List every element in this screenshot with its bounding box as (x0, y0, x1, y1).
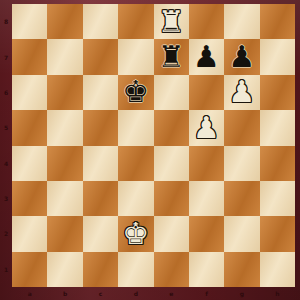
file-label-h: h (260, 287, 295, 300)
white-pawn-f5: ♟ (193, 113, 220, 143)
square-h8[interactable] (260, 4, 295, 39)
square-f4[interactable] (189, 146, 224, 181)
rank-label-6: 6 (0, 75, 12, 110)
square-f6[interactable] (189, 75, 224, 110)
square-d4[interactable] (118, 146, 153, 181)
square-e8[interactable]: ♜ (154, 4, 189, 39)
square-e5[interactable] (154, 110, 189, 145)
square-e4[interactable] (154, 146, 189, 181)
square-g7[interactable]: ♟ (224, 39, 259, 74)
square-b8[interactable] (47, 4, 82, 39)
file-label-c: c (83, 287, 118, 300)
square-b1[interactable] (47, 252, 82, 287)
rank-label-7: 7 (0, 39, 12, 74)
white-pawn-g6: ♟ (228, 77, 255, 107)
board: ♜♜♟♟♚♟♟♚ (12, 4, 295, 287)
black-rook-e7: ♜ (158, 42, 185, 72)
file-label-g: g (224, 287, 259, 300)
white-rook-e8: ♜ (158, 7, 185, 37)
square-c1[interactable] (83, 252, 118, 287)
file-label-f: f (189, 287, 224, 300)
square-f2[interactable] (189, 216, 224, 251)
black-king-d6: ♚ (122, 77, 149, 107)
white-king-d2: ♚ (122, 219, 149, 249)
file-label-d: d (118, 287, 153, 300)
square-d3[interactable] (118, 181, 153, 216)
square-c6[interactable] (83, 75, 118, 110)
rank-labels: 87654321 (0, 4, 12, 287)
square-h1[interactable] (260, 252, 295, 287)
square-a3[interactable] (12, 181, 47, 216)
square-d6[interactable]: ♚ (118, 75, 153, 110)
square-c4[interactable] (83, 146, 118, 181)
square-a5[interactable] (12, 110, 47, 145)
square-e2[interactable] (154, 216, 189, 251)
square-b4[interactable] (47, 146, 82, 181)
file-label-b: b (47, 287, 82, 300)
square-a4[interactable] (12, 146, 47, 181)
square-h7[interactable] (260, 39, 295, 74)
square-d2[interactable]: ♚ (118, 216, 153, 251)
square-g3[interactable] (224, 181, 259, 216)
square-g6[interactable]: ♟ (224, 75, 259, 110)
square-b7[interactable] (47, 39, 82, 74)
square-c2[interactable] (83, 216, 118, 251)
square-c8[interactable] (83, 4, 118, 39)
square-f1[interactable] (189, 252, 224, 287)
square-f8[interactable] (189, 4, 224, 39)
square-b2[interactable] (47, 216, 82, 251)
square-g1[interactable] (224, 252, 259, 287)
square-h4[interactable] (260, 146, 295, 181)
square-c5[interactable] (83, 110, 118, 145)
square-a8[interactable] (12, 4, 47, 39)
square-c7[interactable] (83, 39, 118, 74)
square-g2[interactable] (224, 216, 259, 251)
square-b5[interactable] (47, 110, 82, 145)
board-frame: 87654321 ♜♜♟♟♚♟♟♚ abcdefgh (0, 0, 300, 300)
square-e6[interactable] (154, 75, 189, 110)
file-label-a: a (12, 287, 47, 300)
rank-label-4: 4 (0, 146, 12, 181)
square-e3[interactable] (154, 181, 189, 216)
square-f5[interactable]: ♟ (189, 110, 224, 145)
square-h2[interactable] (260, 216, 295, 251)
square-e7[interactable]: ♜ (154, 39, 189, 74)
square-a7[interactable] (12, 39, 47, 74)
file-label-e: e (154, 287, 189, 300)
square-h3[interactable] (260, 181, 295, 216)
square-h6[interactable] (260, 75, 295, 110)
square-g4[interactable] (224, 146, 259, 181)
square-a1[interactable] (12, 252, 47, 287)
square-c3[interactable] (83, 181, 118, 216)
file-labels: abcdefgh (12, 287, 295, 300)
square-a2[interactable] (12, 216, 47, 251)
rank-label-5: 5 (0, 110, 12, 145)
square-f3[interactable] (189, 181, 224, 216)
square-g5[interactable] (224, 110, 259, 145)
square-h5[interactable] (260, 110, 295, 145)
square-d5[interactable] (118, 110, 153, 145)
square-a6[interactable] (12, 75, 47, 110)
square-d8[interactable] (118, 4, 153, 39)
black-pawn-f7: ♟ (193, 42, 220, 72)
square-b6[interactable] (47, 75, 82, 110)
rank-label-2: 2 (0, 216, 12, 251)
square-e1[interactable] (154, 252, 189, 287)
square-g8[interactable] (224, 4, 259, 39)
square-d7[interactable] (118, 39, 153, 74)
square-f7[interactable]: ♟ (189, 39, 224, 74)
black-pawn-g7: ♟ (228, 42, 255, 72)
rank-label-1: 1 (0, 252, 12, 287)
square-d1[interactable] (118, 252, 153, 287)
square-b3[interactable] (47, 181, 82, 216)
rank-label-8: 8 (0, 4, 12, 39)
rank-label-3: 3 (0, 181, 12, 216)
